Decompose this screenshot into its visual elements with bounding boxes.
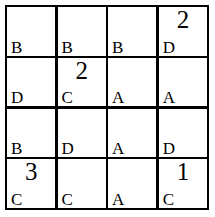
cell-superscript: 2 [76, 58, 89, 83]
grid-cell-r2c2[interactable]: C 2 [58, 58, 106, 107]
grid-cell-r4c3[interactable]: A [108, 159, 156, 208]
grid-cell-r3c3[interactable]: A [108, 109, 156, 158]
cell-letter: D [163, 39, 175, 56]
cell-letter: B [112, 39, 123, 56]
cell-superscript: 1 [177, 159, 190, 184]
grid-cell-r4c1[interactable]: C 3 [7, 159, 55, 208]
cell-letter: D [62, 140, 74, 157]
grid-cell-r2c4[interactable]: A [159, 58, 207, 107]
grid-cell-r4c4[interactable]: C 1 [159, 159, 207, 208]
puzzle-grid: B B B D 2 D C 2 A A [5, 5, 209, 210]
grid-cell-r1c3[interactable]: B [108, 7, 156, 56]
grid-cell-r2c3[interactable]: A [108, 58, 156, 107]
cell-superscript: 2 [177, 7, 190, 32]
grid-cell-r4c2[interactable]: C [58, 159, 106, 208]
puzzle-diagram: B B B D 2 D C 2 A A [0, 0, 215, 217]
cell-letter: B [11, 140, 22, 157]
grid-cell-r1c2[interactable]: B [58, 7, 106, 56]
grid-cell-r3c1[interactable]: B [7, 109, 55, 158]
cell-letter: D [11, 89, 23, 106]
grid-cell-r1c4[interactable]: D 2 [159, 7, 207, 56]
cell-letter: B [11, 39, 22, 56]
cell-letter: A [163, 89, 175, 106]
cell-letter: B [62, 39, 73, 56]
cell-letter: A [112, 89, 124, 106]
grid-cell-r1c1[interactable]: B [7, 7, 55, 56]
cell-letter: A [112, 191, 124, 208]
cell-letter: C [62, 191, 73, 208]
grid-cell-r3c4[interactable]: D [159, 109, 207, 158]
cell-letter: C [163, 191, 174, 208]
grid-cell-r3c2[interactable]: D [58, 109, 106, 158]
grid-cell-r2c1[interactable]: D [7, 58, 55, 107]
cell-letter: C [11, 191, 22, 208]
cell-superscript: 3 [25, 159, 38, 184]
cell-letter: C [62, 89, 73, 106]
cell-letter: A [112, 140, 124, 157]
cell-letter: D [163, 140, 175, 157]
